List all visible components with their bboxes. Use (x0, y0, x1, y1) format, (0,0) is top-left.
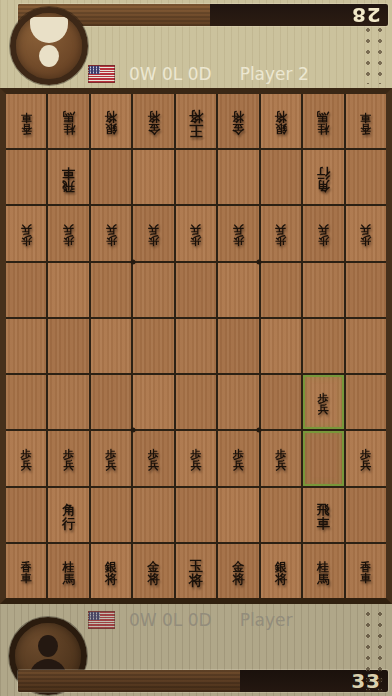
board-cell-r1c3[interactable]: 銀将 (91, 94, 131, 148)
board-cell-r5c4[interactable] (133, 319, 173, 373)
board-cell-r2c5[interactable] (176, 150, 216, 204)
shogi-piece-lance-gote[interactable]: 香車 (351, 101, 380, 141)
shogi-piece-lance-gote[interactable]: 香車 (12, 101, 41, 141)
shogi-piece-king-gote[interactable]: 王将 (178, 99, 213, 144)
board-cell-r3c9[interactable]: 歩兵 (346, 206, 386, 260)
board-cell-r4c3[interactable] (91, 263, 131, 317)
board-cell-r9c2[interactable]: 桂馬 (48, 544, 88, 598)
piece-kanji-label: 香車 (21, 558, 32, 584)
board-star-point (130, 260, 135, 265)
piece-kanji-label: 桂馬 (317, 557, 329, 585)
piece-kanji-label: 香車 (21, 108, 32, 134)
shogi-piece-pawn-sente[interactable]: 歩兵 (97, 439, 125, 478)
shogi-piece-pawn-gote[interactable]: 歩兵 (352, 214, 380, 253)
piece-kanji-label: 飛車 (317, 499, 330, 530)
board-cell-r5c7[interactable] (261, 319, 301, 373)
bottom-player-meta: 0W 0L 0D Player (88, 610, 293, 630)
piece-kanji-label: 角行 (317, 162, 330, 193)
piece-kanji-label: 歩兵 (190, 445, 201, 471)
shogi-piece-rook-sente[interactable]: 飛車 (307, 493, 340, 537)
board-cell-r6c1[interactable] (6, 375, 46, 429)
board-cell-r5c6[interactable] (218, 319, 258, 373)
piece-kanji-label: 歩兵 (318, 220, 329, 246)
board-cell-r5c3[interactable] (91, 319, 131, 373)
bottom-player-name: Player (240, 610, 293, 630)
piece-kanji-label: 金将 (148, 107, 160, 135)
shogi-piece-pawn-sente[interactable]: 歩兵 (140, 439, 168, 478)
bottom-timer-bar: 33 (18, 670, 388, 692)
board-cell-r9c9[interactable]: 香車 (346, 544, 386, 598)
board-cell-r6c4[interactable] (133, 375, 173, 429)
board-cell-r4c5[interactable] (176, 263, 216, 317)
piece-kanji-label: 歩兵 (106, 220, 117, 246)
piece-kanji-label: 歩兵 (21, 220, 32, 246)
shogi-piece-pawn-sente[interactable]: 歩兵 (12, 439, 40, 478)
board-cell-r4c1[interactable] (6, 263, 46, 317)
board-star-point (257, 428, 262, 433)
board-cell-r3c6[interactable]: 歩兵 (218, 206, 258, 260)
bottom-timer-fill (18, 670, 240, 692)
piece-kanji-label: 歩兵 (190, 220, 201, 246)
shogi-piece-pawn-gote[interactable]: 歩兵 (224, 214, 252, 253)
board-cell-r3c2[interactable]: 歩兵 (48, 206, 88, 260)
board-cell-r1c7[interactable]: 銀将 (261, 94, 301, 148)
piece-kanji-label: 桂馬 (317, 107, 329, 135)
board-cell-r7c7[interactable]: 歩兵 (261, 431, 301, 485)
shogi-piece-king-sente[interactable]: 玉将 (178, 548, 213, 593)
shogi-piece-pawn-sente[interactable]: 歩兵 (224, 439, 252, 478)
shogi-piece-pawn-gote[interactable]: 歩兵 (97, 214, 125, 253)
person-silhouette-icon (29, 23, 69, 69)
board-cell-r7c3[interactable]: 歩兵 (91, 431, 131, 485)
shogi-app: 28 0W 0L 0D Player 2 香車桂馬銀将金将王将金将銀将桂馬香車飛… (0, 0, 392, 696)
shogi-piece-bishop-sente[interactable]: 角行 (52, 493, 85, 537)
board-cell-r3c4[interactable]: 歩兵 (133, 206, 173, 260)
board-cell-r3c5[interactable]: 歩兵 (176, 206, 216, 260)
board-cell-r4c2[interactable] (48, 263, 88, 317)
shogi-piece-silver-gote[interactable]: 銀将 (265, 100, 297, 143)
top-timer-value: 28 (351, 4, 381, 26)
board-cell-r2c9[interactable] (346, 150, 386, 204)
board-cell-r7c5[interactable]: 歩兵 (176, 431, 216, 485)
board-cell-r2c4[interactable] (133, 150, 173, 204)
top-player-meta: 0W 0L 0D Player 2 (88, 64, 309, 84)
board-cell-r9c7[interactable]: 銀将 (261, 544, 301, 598)
board-star-point (130, 428, 135, 433)
top-player-avatar[interactable] (10, 7, 88, 85)
board-cell-r6c6[interactable] (218, 375, 258, 429)
shogi-piece-pawn-sente[interactable]: 歩兵 (267, 439, 295, 478)
shogi-piece-pawn-gote[interactable]: 歩兵 (182, 214, 210, 253)
shogi-piece-pawn-sente[interactable]: 歩兵 (352, 439, 380, 478)
us-flag-icon (88, 611, 115, 629)
piece-kanji-label: 銀将 (105, 557, 117, 585)
piece-kanji-label: 玉将 (189, 555, 203, 588)
board-cell-r7c1[interactable]: 歩兵 (6, 431, 46, 485)
board-cell-r7c4[interactable]: 歩兵 (133, 431, 173, 485)
board-cell-r9c3[interactable]: 銀将 (91, 544, 131, 598)
board-cell-r4c7[interactable] (261, 263, 301, 317)
board-cell-r5c1[interactable] (6, 319, 46, 373)
board-cell-r5c9[interactable] (346, 319, 386, 373)
board-cell-r9c1[interactable]: 香車 (6, 544, 46, 598)
board-cell-r1c6[interactable]: 金将 (218, 94, 258, 148)
piece-kanji-label: 歩兵 (360, 445, 371, 471)
board-cell-r2c3[interactable] (91, 150, 131, 204)
shogi-piece-pawn-gote[interactable]: 歩兵 (309, 214, 337, 253)
panel-texture-dots (366, 612, 388, 692)
board-cell-r5c8[interactable] (303, 319, 343, 373)
shogi-piece-gold-gote[interactable]: 金将 (138, 100, 170, 143)
board-cell-r8c8[interactable]: 飛車 (303, 488, 343, 542)
board-cell-r4c8[interactable] (303, 263, 343, 317)
top-player-panel: 28 0W 0L 0D Player 2 (0, 0, 392, 88)
shogi-piece-knight-gote[interactable]: 桂馬 (54, 101, 84, 142)
top-player-record: 0W 0L 0D (129, 64, 212, 84)
shogi-piece-knight-gote[interactable]: 桂馬 (308, 101, 338, 142)
board-cell-r8c6[interactable] (218, 488, 258, 542)
piece-kanji-label: 歩兵 (233, 220, 244, 246)
piece-kanji-label: 銀将 (275, 557, 287, 585)
piece-kanji-label: 歩兵 (275, 220, 286, 246)
shogi-piece-pawn-gote[interactable]: 歩兵 (12, 214, 40, 253)
piece-kanji-label: 金将 (232, 557, 244, 585)
piece-kanji-label: 歩兵 (275, 445, 286, 471)
panel-texture-dots (366, 28, 388, 84)
board-cell-r7c2[interactable]: 歩兵 (48, 431, 88, 485)
board-cell-r2c1[interactable] (6, 150, 46, 204)
board-cell-r9c4[interactable]: 金将 (133, 544, 173, 598)
board-cell-r7c9[interactable]: 歩兵 (346, 431, 386, 485)
board-cell-r1c5[interactable]: 王将 (176, 94, 216, 148)
shogi-piece-rook-gote[interactable]: 飛車 (52, 155, 85, 199)
shogi-piece-pawn-sente[interactable]: 歩兵 (55, 439, 83, 478)
board-cell-r6c5[interactable] (176, 375, 216, 429)
shogi-piece-bishop-gote[interactable]: 角行 (307, 155, 340, 199)
board-cell-r3c1[interactable]: 歩兵 (6, 206, 46, 260)
board-cell-r1c4[interactable]: 金将 (133, 94, 173, 148)
piece-kanji-label: 香車 (360, 558, 371, 584)
piece-kanji-label: 歩兵 (318, 389, 329, 415)
board-star-point (257, 260, 262, 265)
board-cell-r1c9[interactable]: 香車 (346, 94, 386, 148)
piece-kanji-label: 桂馬 (63, 557, 75, 585)
shogi-piece-gold-sente[interactable]: 金将 (138, 549, 170, 592)
board-cell-r4c4[interactable] (133, 263, 173, 317)
shogi-piece-lance-sente[interactable]: 香車 (12, 551, 41, 591)
shogi-piece-pawn-gote[interactable]: 歩兵 (140, 214, 168, 253)
board-cell-r8c1[interactable] (6, 488, 46, 542)
board-cell-r8c3[interactable] (91, 488, 131, 542)
board-cell-r7c6[interactable]: 歩兵 (218, 431, 258, 485)
shogi-board: 香車桂馬銀将金将王将金将銀将桂馬香車飛車角行歩兵歩兵歩兵歩兵歩兵歩兵歩兵歩兵歩兵… (0, 88, 392, 604)
bottom-player-panel: 0W 0L 0D Player 33 (0, 604, 392, 696)
board-cell-r1c8[interactable]: 桂馬 (303, 94, 343, 148)
piece-kanji-label: 銀将 (275, 107, 287, 135)
board-cell-r5c2[interactable] (48, 319, 88, 373)
piece-kanji-label: 桂馬 (63, 107, 75, 135)
piece-kanji-label: 金将 (232, 107, 244, 135)
board-cell-r2c6[interactable] (218, 150, 258, 204)
board-cell-r3c7[interactable]: 歩兵 (261, 206, 301, 260)
board-cell-r8c9[interactable] (346, 488, 386, 542)
board-cell-r6c9[interactable] (346, 375, 386, 429)
board-cell-r2c2[interactable]: 飛車 (48, 150, 88, 204)
board-cell-r4c6[interactable] (218, 263, 258, 317)
shogi-piece-pawn-sente[interactable]: 歩兵 (309, 383, 337, 422)
shogi-piece-silver-gote[interactable]: 銀将 (95, 100, 127, 143)
board-cell-r8c5[interactable] (176, 488, 216, 542)
board-cell-r1c2[interactable]: 桂馬 (48, 94, 88, 148)
piece-kanji-label: 歩兵 (63, 220, 74, 246)
board-cell-r6c7[interactable] (261, 375, 301, 429)
board-cell-r3c3[interactable]: 歩兵 (91, 206, 131, 260)
board-cell-r8c4[interactable] (133, 488, 173, 542)
top-player-name: Player 2 (240, 64, 309, 84)
board-cell-r8c7[interactable] (261, 488, 301, 542)
shogi-piece-silver-sente[interactable]: 銀将 (265, 549, 297, 592)
piece-kanji-label: 飛車 (62, 162, 75, 193)
piece-kanji-label: 銀将 (105, 107, 117, 135)
shogi-piece-silver-sente[interactable]: 銀将 (95, 549, 127, 592)
piece-kanji-label: 歩兵 (233, 445, 244, 471)
shogi-piece-pawn-gote[interactable]: 歩兵 (55, 214, 83, 253)
board-grid: 香車桂馬銀将金将王将金将銀将桂馬香車飛車角行歩兵歩兵歩兵歩兵歩兵歩兵歩兵歩兵歩兵… (6, 94, 386, 598)
us-flag-icon (88, 65, 115, 83)
shogi-piece-gold-gote[interactable]: 金将 (222, 100, 254, 143)
board-cell-r3c8[interactable]: 歩兵 (303, 206, 343, 260)
board-cell-r9c8[interactable]: 桂馬 (303, 544, 343, 598)
piece-kanji-label: 王将 (189, 105, 203, 138)
board-cell-r6c8[interactable]: 歩兵 (303, 375, 343, 429)
board-cell-r8c2[interactable]: 角行 (48, 488, 88, 542)
piece-kanji-label: 香車 (360, 108, 371, 134)
shogi-piece-knight-sente[interactable]: 桂馬 (308, 550, 338, 591)
board-cell-r5c5[interactable] (176, 319, 216, 373)
shogi-piece-pawn-gote[interactable]: 歩兵 (267, 214, 295, 253)
piece-kanji-label: 歩兵 (106, 445, 117, 471)
board-cell-r6c3[interactable] (91, 375, 131, 429)
board-cell-r9c5[interactable]: 玉将 (176, 544, 216, 598)
board-cell-r2c8[interactable]: 角行 (303, 150, 343, 204)
shogi-piece-lance-sente[interactable]: 香車 (351, 551, 380, 591)
shogi-piece-gold-sente[interactable]: 金将 (222, 549, 254, 592)
board-cell-r4c9[interactable] (346, 263, 386, 317)
piece-kanji-label: 歩兵 (21, 445, 32, 471)
board-cell-r7c8[interactable] (303, 431, 343, 485)
board-cell-r9c6[interactable]: 金将 (218, 544, 258, 598)
piece-kanji-label: 歩兵 (360, 220, 371, 246)
board-cell-r2c7[interactable] (261, 150, 301, 204)
bottom-player-record: 0W 0L 0D (129, 610, 212, 630)
piece-kanji-label: 歩兵 (148, 445, 159, 471)
piece-kanji-label: 歩兵 (148, 220, 159, 246)
shogi-piece-knight-sente[interactable]: 桂馬 (54, 550, 84, 591)
piece-kanji-label: 歩兵 (63, 445, 74, 471)
board-cell-r6c2[interactable] (48, 375, 88, 429)
shogi-piece-pawn-sente[interactable]: 歩兵 (182, 439, 210, 478)
board-cell-r1c1[interactable]: 香車 (6, 94, 46, 148)
piece-kanji-label: 角行 (62, 499, 75, 530)
piece-kanji-label: 金将 (148, 557, 160, 585)
